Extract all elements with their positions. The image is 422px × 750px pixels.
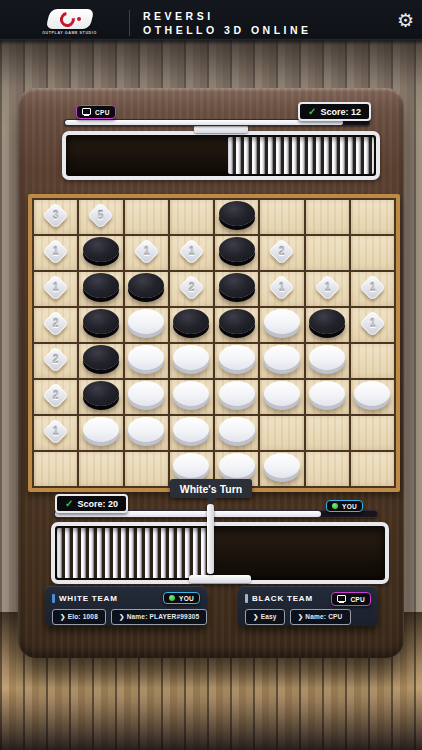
black-team-panel: BLACK TEAM CPU ❯ Easy ❯ Name: CPU <box>238 586 378 626</box>
white-team-badge-label: YOU <box>179 595 194 602</box>
black-disc <box>83 309 119 334</box>
top-app-bar: OUTPLAY GAME STUDIO REVERSI OTHELLO 3D O… <box>0 0 422 45</box>
white-disc <box>264 309 300 334</box>
turn-indicator-label: White's Turn <box>180 483 242 495</box>
black-disc <box>219 273 255 298</box>
white-disc <box>128 381 164 406</box>
tray-center-divider <box>207 504 214 574</box>
board-cell-r4c4 <box>170 308 213 342</box>
move-hint-marker[interactable]: 2 <box>178 274 205 301</box>
opponent-cpu-badge: CPU <box>76 105 116 119</box>
white-disc <box>264 381 300 406</box>
move-hint-marker[interactable]: 1 <box>42 238 69 265</box>
board-cell-r6c8 <box>351 380 394 414</box>
white-disc <box>219 453 255 478</box>
white-disc <box>219 381 255 406</box>
move-hint-marker[interactable]: 5 <box>87 202 114 229</box>
board-cell-r4c6 <box>260 308 303 342</box>
board-cell-r3c3 <box>125 272 168 306</box>
player-you-badge: YOU <box>326 500 363 512</box>
check-icon: ✓ <box>308 106 316 117</box>
board-cell-r2c1[interactable]: 1 <box>34 236 77 270</box>
board-cell-r8c1 <box>34 452 77 486</box>
board-cell-r1c8 <box>351 200 394 234</box>
player-tray-tab <box>189 575 251 583</box>
board-cell-r2c4[interactable]: 1 <box>170 236 213 270</box>
move-hint-marker[interactable]: 2 <box>42 310 69 337</box>
black-team-buttons: ❯ Easy ❯ Name: CPU <box>245 609 371 625</box>
check-icon: ✓ <box>65 498 73 509</box>
move-hint-marker[interactable]: 1 <box>359 274 386 301</box>
black-disc <box>83 237 119 262</box>
board-cell-r5c1[interactable]: 2 <box>34 344 77 378</box>
board-cell-r7c7 <box>306 416 349 450</box>
black-name-button[interactable]: ❯ Name: CPU <box>290 609 351 625</box>
opponent-score-badge: ✓ Score: 12 <box>298 102 371 121</box>
black-disc <box>83 381 119 406</box>
board-cell-r3c7[interactable]: 1 <box>306 272 349 306</box>
game-board-device: CPU ✓ Score: 12 3511121211121221 White's… <box>18 88 404 658</box>
board-cell-r7c8 <box>351 416 394 450</box>
board-cell-r8c8 <box>351 452 394 486</box>
board-cell-r6c4 <box>170 380 213 414</box>
black-difficulty-button[interactable]: ❯ Easy <box>245 609 285 625</box>
board-cell-r7c4 <box>170 416 213 450</box>
player-color-dot <box>332 503 338 509</box>
board-cell-r2c7 <box>306 236 349 270</box>
app-root: OUTPLAY GAME STUDIO REVERSI OTHELLO 3D O… <box>0 0 422 750</box>
board-cell-r8c7 <box>306 452 349 486</box>
player-score-badge: ✓ Score: 20 <box>55 494 128 513</box>
black-team-badge-label: CPU <box>350 596 365 603</box>
white-team-you-badge: YOU <box>163 592 200 604</box>
board-cell-r6c5 <box>215 380 258 414</box>
player-score-label: Score: 20 <box>77 499 118 509</box>
board-cell-r1c5 <box>215 200 258 234</box>
black-team-title: BLACK TEAM <box>252 594 313 603</box>
player-badge-label: YOU <box>342 503 357 510</box>
opponent-badge-label: CPU <box>95 109 110 116</box>
move-hint-marker[interactable]: 2 <box>42 346 69 373</box>
black-team-accent-bar <box>245 594 248 603</box>
white-disc <box>219 345 255 370</box>
board-grid: 3511121211121221 <box>32 198 396 488</box>
board-cell-r7c2 <box>79 416 122 450</box>
board-cell-r1c4 <box>170 200 213 234</box>
board-cell-r8c6 <box>260 452 303 486</box>
board-cell-r5c4 <box>170 344 213 378</box>
board-cell-r2c8 <box>351 236 394 270</box>
move-hint-marker[interactable]: 1 <box>42 418 69 445</box>
white-disc <box>128 309 164 334</box>
game-title: REVERSI OTHELLO 3D ONLINE <box>143 9 312 37</box>
move-hint-marker[interactable]: 1 <box>133 238 160 265</box>
white-disc <box>264 345 300 370</box>
cpu-monitor-icon <box>337 595 346 602</box>
board-cell-r6c3 <box>125 380 168 414</box>
cpu-monitor-icon <box>82 108 91 115</box>
board-cell-r1c1[interactable]: 3 <box>34 200 77 234</box>
black-disc <box>309 309 345 334</box>
opponent-disc-tray <box>62 131 380 180</box>
move-hint-marker[interactable]: 2 <box>42 382 69 409</box>
board-cell-r5c7 <box>306 344 349 378</box>
board-cell-r1c7 <box>306 200 349 234</box>
opponent-disc-stack <box>228 137 374 174</box>
white-disc <box>219 417 255 442</box>
white-disc <box>354 381 390 406</box>
board-cell-r5c5 <box>215 344 258 378</box>
opponent-tray-tab <box>194 125 248 133</box>
board-cell-r5c6 <box>260 344 303 378</box>
board-cell-r5c3 <box>125 344 168 378</box>
black-disc <box>219 201 255 226</box>
black-disc <box>83 345 119 370</box>
black-disc <box>219 309 255 334</box>
white-disc <box>128 345 164 370</box>
move-hint-marker[interactable]: 1 <box>178 238 205 265</box>
black-disc <box>83 273 119 298</box>
white-disc <box>173 345 209 370</box>
white-team-buttons: ❯ Elo: 1008 ❯ Name: PLAYER#99305 <box>52 609 200 625</box>
board-cell-r1c3 <box>125 200 168 234</box>
black-team-cpu-badge: CPU <box>331 592 371 606</box>
board-cell-r7c5 <box>215 416 258 450</box>
white-team-panel: WHITE TEAM YOU ❯ Elo: 1008 ❯ Name: PLAYE… <box>45 586 207 626</box>
turn-indicator: White's Turn <box>170 479 252 498</box>
player-disc-stack <box>57 528 209 578</box>
board-cell-r7c3 <box>125 416 168 450</box>
board-cell-r8c3 <box>125 452 168 486</box>
game-title-line1: REVERSI <box>143 9 312 23</box>
white-disc <box>309 345 345 370</box>
board-cell-r8c2 <box>79 452 122 486</box>
white-team-title: WHITE TEAM <box>59 594 118 603</box>
game-title-line2: OTHELLO 3D ONLINE <box>143 23 312 37</box>
move-hint-marker[interactable]: 2 <box>268 238 295 265</box>
board-cell-r2c6[interactable]: 2 <box>260 236 303 270</box>
move-hint-marker[interactable]: 3 <box>42 202 69 229</box>
black-disc <box>219 237 255 262</box>
board-cell-r7c1[interactable]: 1 <box>34 416 77 450</box>
board-cell-r1c6 <box>260 200 303 234</box>
move-hint-marker[interactable]: 1 <box>314 274 341 301</box>
board-cell-r4c1[interactable]: 2 <box>34 308 77 342</box>
black-disc <box>128 273 164 298</box>
board-cell-r4c7 <box>306 308 349 342</box>
logo-dot-icon <box>76 17 80 21</box>
board-cell-r2c5 <box>215 236 258 270</box>
logo-ring-icon <box>56 8 77 29</box>
board-cell-r6c1[interactable]: 2 <box>34 380 77 414</box>
black-disc <box>173 309 209 334</box>
board-cell-r2c2 <box>79 236 122 270</box>
white-disc <box>173 417 209 442</box>
studio-logo: OUTPLAY GAME STUDIO <box>24 9 115 37</box>
white-disc <box>83 417 119 442</box>
board-cell-r7c6 <box>260 416 303 450</box>
white-elo-button[interactable]: ❯ Elo: 1008 <box>52 609 106 625</box>
player-disc-tray <box>51 522 389 584</box>
board-cell-r4c8[interactable]: 1 <box>351 308 394 342</box>
studio-logo-icon <box>45 9 94 29</box>
board-cell-r3c4[interactable]: 2 <box>170 272 213 306</box>
board-cell-r6c6 <box>260 380 303 414</box>
board-cell-r3c2 <box>79 272 122 306</box>
board-cell-r1c2[interactable]: 5 <box>79 200 122 234</box>
board-cell-r2c3[interactable]: 1 <box>125 236 168 270</box>
opponent-score-label: Score: 12 <box>320 107 361 117</box>
white-disc <box>264 453 300 478</box>
white-disc <box>309 381 345 406</box>
board-cell-r3c8[interactable]: 1 <box>351 272 394 306</box>
board-cell-r5c2 <box>79 344 122 378</box>
move-hint-marker[interactable]: 1 <box>268 274 295 301</box>
white-disc <box>128 417 164 442</box>
studio-name: OUTPLAY GAME STUDIO <box>42 31 97 35</box>
white-disc <box>173 453 209 478</box>
white-team-accent-bar <box>52 594 55 603</box>
board-cell-r6c2 <box>79 380 122 414</box>
white-name-button[interactable]: ❯ Name: PLAYER#99305 <box>111 609 207 625</box>
white-disc <box>173 381 209 406</box>
board-cell-r4c2 <box>79 308 122 342</box>
board-cell-r3c5 <box>215 272 258 306</box>
move-hint-marker[interactable]: 1 <box>42 274 69 301</box>
board-cell-r4c3 <box>125 308 168 342</box>
move-hint-marker[interactable]: 1 <box>359 310 386 337</box>
board-cell-r3c1[interactable]: 1 <box>34 272 77 306</box>
reversi-board: 3511121211121221 <box>28 194 400 492</box>
board-cell-r4c5 <box>215 308 258 342</box>
header-divider <box>129 10 130 36</box>
board-cell-r3c6[interactable]: 1 <box>260 272 303 306</box>
board-cell-r5c8 <box>351 344 394 378</box>
board-cell-r6c7 <box>306 380 349 414</box>
settings-gear-icon[interactable]: ⚙ <box>397 6 414 36</box>
player-color-dot <box>169 595 175 601</box>
